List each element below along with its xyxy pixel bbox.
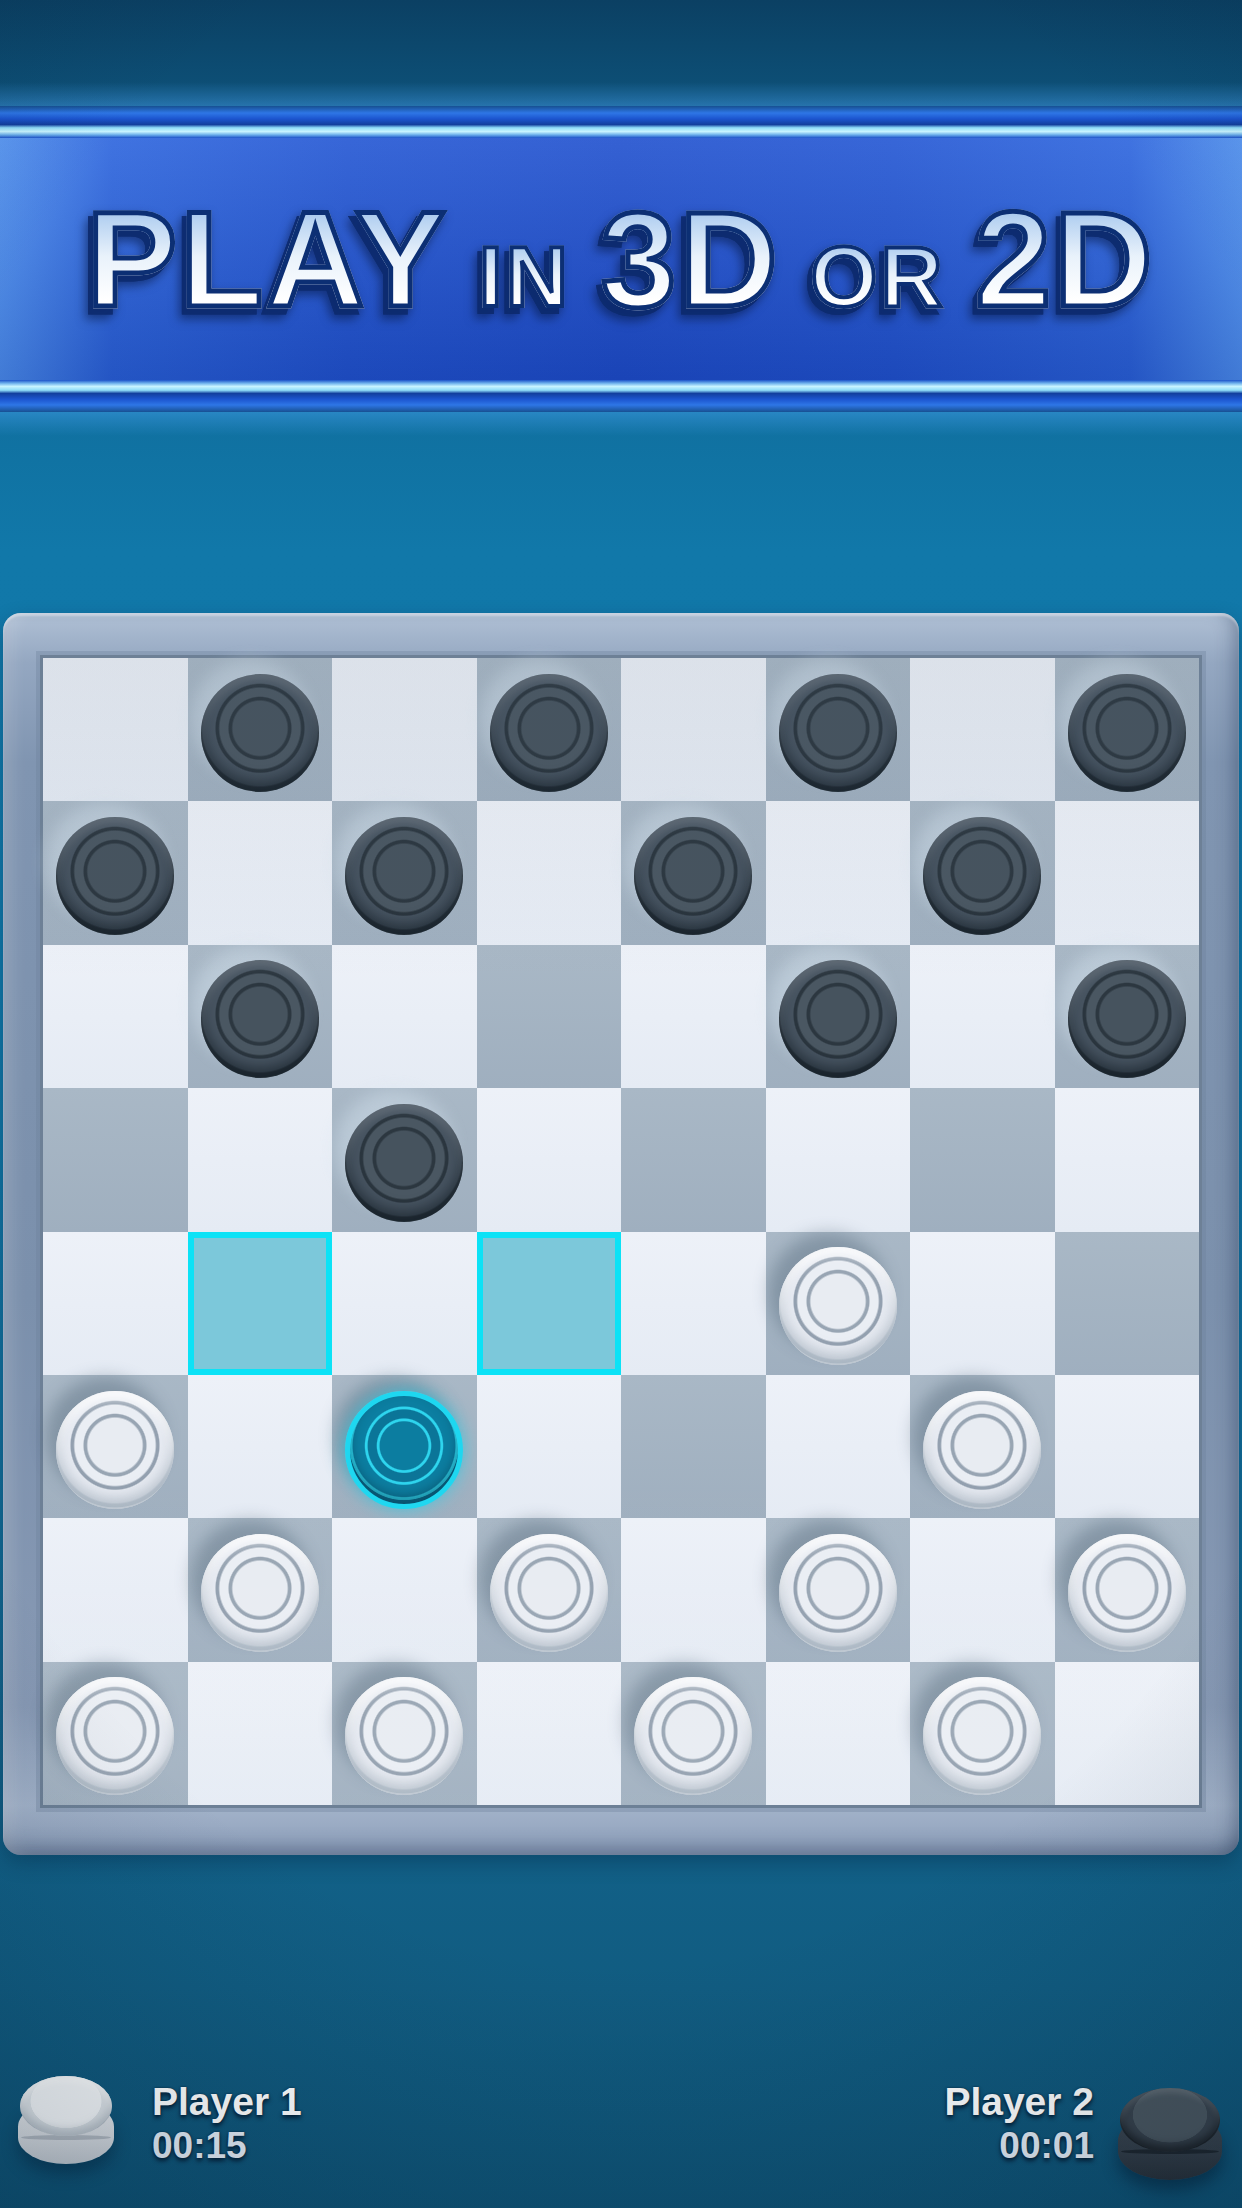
white-piece[interactable]	[201, 1534, 319, 1652]
black-piece[interactable]	[56, 817, 174, 935]
banner-word: IN	[479, 233, 571, 319]
square-r8c1[interactable]	[43, 1662, 188, 1805]
square-r1c1	[43, 658, 188, 801]
banner-word: PLAY	[87, 191, 449, 327]
square-r6c3[interactable]	[332, 1375, 477, 1518]
white-piece[interactable]	[923, 1677, 1041, 1795]
white-piece[interactable]	[923, 1391, 1041, 1509]
square-r7c7	[910, 1518, 1055, 1661]
player1-info: Player 1 00:15	[152, 2082, 302, 2166]
banner-word: 2D	[976, 191, 1156, 327]
square-r5c7	[910, 1232, 1055, 1375]
square-r2c7[interactable]	[910, 801, 1055, 944]
player2-checker-icon	[1118, 2088, 1222, 2188]
square-r4c3[interactable]	[332, 1088, 477, 1231]
square-r2c1[interactable]	[43, 801, 188, 944]
player-bar: Player 1 00:15 Player 2 00:01	[0, 2058, 1242, 2208]
square-r1c4[interactable]	[477, 658, 622, 801]
black-piece[interactable]	[490, 674, 608, 792]
square-r6c2	[188, 1375, 333, 1518]
square-r7c4[interactable]	[477, 1518, 622, 1661]
square-r5c5	[621, 1232, 766, 1375]
square-r4c7[interactable]	[910, 1088, 1055, 1231]
square-r1c6[interactable]	[766, 658, 911, 801]
banner-bottom-stripe	[0, 380, 1242, 412]
square-r6c4	[477, 1375, 622, 1518]
square-r5c4-highlighted[interactable]	[477, 1232, 622, 1375]
square-r2c4	[477, 801, 622, 944]
black-piece[interactable]	[779, 674, 897, 792]
banner-body: PLAYIN3DOR2D	[0, 138, 1242, 380]
square-r4c8	[1055, 1088, 1200, 1231]
player1-checker-icon	[18, 2076, 114, 2170]
white-piece[interactable]	[779, 1534, 897, 1652]
square-r8c8	[1055, 1662, 1200, 1805]
square-r8c3[interactable]	[332, 1662, 477, 1805]
white-piece[interactable]	[56, 1677, 174, 1795]
white-piece[interactable]	[490, 1534, 608, 1652]
square-r7c5	[621, 1518, 766, 1661]
player2-info: Player 2 00:01	[944, 2082, 1094, 2166]
player1-name: Player 1	[152, 2082, 302, 2123]
black-piece[interactable]	[634, 817, 752, 935]
square-r4c1[interactable]	[43, 1088, 188, 1231]
white-piece[interactable]	[634, 1677, 752, 1795]
white-piece[interactable]	[779, 1247, 897, 1365]
square-r2c2	[188, 801, 333, 944]
square-r6c1[interactable]	[43, 1375, 188, 1518]
square-r6c8	[1055, 1375, 1200, 1518]
square-r3c2[interactable]	[188, 945, 333, 1088]
square-r7c6[interactable]	[766, 1518, 911, 1661]
black-piece[interactable]	[201, 674, 319, 792]
square-r7c2[interactable]	[188, 1518, 333, 1661]
banner-word: 3D	[601, 191, 781, 327]
white-piece[interactable]	[56, 1391, 174, 1509]
square-r5c3	[332, 1232, 477, 1375]
square-r1c2[interactable]	[188, 658, 333, 801]
square-r5c2-highlighted[interactable]	[188, 1232, 333, 1375]
checker-icon-top	[20, 2076, 112, 2136]
white-piece[interactable]	[1068, 1534, 1186, 1652]
app-screen: PLAYIN3DOR2D Player 1 00:15 Player 2 00:…	[0, 0, 1242, 2208]
square-r2c5[interactable]	[621, 801, 766, 944]
black-piece[interactable]	[1068, 674, 1186, 792]
square-r3c6[interactable]	[766, 945, 911, 1088]
square-r8c6	[766, 1662, 911, 1805]
selected-white-piece[interactable]	[345, 1391, 463, 1509]
square-r2c6	[766, 801, 911, 944]
square-r4c2	[188, 1088, 333, 1231]
checkers-board	[43, 658, 1199, 1805]
square-r8c7[interactable]	[910, 1662, 1055, 1805]
square-r3c5	[621, 945, 766, 1088]
banner-word: OR	[811, 233, 946, 319]
square-r4c6	[766, 1088, 911, 1231]
square-r2c3[interactable]	[332, 801, 477, 944]
square-r1c5	[621, 658, 766, 801]
square-r3c4[interactable]	[477, 945, 622, 1088]
player2-timer: 00:01	[999, 2127, 1094, 2166]
square-r8c5[interactable]	[621, 1662, 766, 1805]
banner-top-stripe	[0, 106, 1242, 138]
black-piece[interactable]	[779, 960, 897, 1078]
square-r5c8[interactable]	[1055, 1232, 1200, 1375]
black-piece[interactable]	[345, 1104, 463, 1222]
square-r1c3	[332, 658, 477, 801]
square-r5c1	[43, 1232, 188, 1375]
square-r1c7	[910, 658, 1055, 801]
square-r7c8[interactable]	[1055, 1518, 1200, 1661]
square-r8c2	[188, 1662, 333, 1805]
black-piece[interactable]	[345, 817, 463, 935]
square-r3c8[interactable]	[1055, 945, 1200, 1088]
square-r6c7[interactable]	[910, 1375, 1055, 1518]
square-r8c4	[477, 1662, 622, 1805]
black-piece[interactable]	[923, 817, 1041, 935]
board-frame	[3, 613, 1239, 1855]
black-piece[interactable]	[1068, 960, 1186, 1078]
square-r1c8[interactable]	[1055, 658, 1200, 801]
black-piece[interactable]	[201, 960, 319, 1078]
banner: PLAYIN3DOR2D	[0, 106, 1242, 412]
square-r6c6	[766, 1375, 911, 1518]
square-r3c3	[332, 945, 477, 1088]
square-r2c8	[1055, 801, 1200, 944]
white-piece[interactable]	[345, 1677, 463, 1795]
square-r7c3	[332, 1518, 477, 1661]
square-r3c1	[43, 945, 188, 1088]
square-r6c5[interactable]	[621, 1375, 766, 1518]
square-r4c4	[477, 1088, 622, 1231]
banner-text: PLAYIN3DOR2D	[87, 191, 1156, 327]
checker-icon-top	[1120, 2088, 1220, 2152]
player2-name: Player 2	[944, 2082, 1094, 2123]
square-r4c5[interactable]	[621, 1088, 766, 1231]
player1-timer: 00:15	[152, 2127, 247, 2166]
square-r5c6[interactable]	[766, 1232, 911, 1375]
square-r3c7	[910, 945, 1055, 1088]
square-r7c1	[43, 1518, 188, 1661]
